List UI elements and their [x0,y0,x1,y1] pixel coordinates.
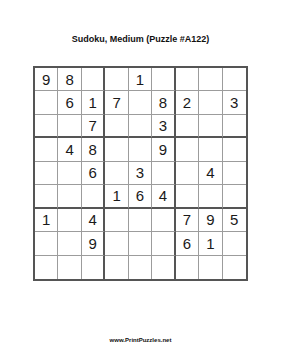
sudoku-cell[interactable] [199,256,222,279]
sudoku-cell[interactable]: 3 [152,115,175,138]
sudoku-cell[interactable] [176,68,199,91]
sudoku-cell[interactable]: 3 [223,91,246,114]
sudoku-cell[interactable] [223,256,246,279]
sudoku-cell[interactable] [105,162,128,185]
sudoku-cell[interactable] [223,115,246,138]
sudoku-cell[interactable]: 9 [82,232,105,255]
sudoku-cell[interactable]: 6 [58,91,81,114]
sudoku-cell[interactable] [58,162,81,185]
sudoku-cell[interactable]: 6 [176,232,199,255]
sudoku-cell[interactable]: 3 [129,162,152,185]
sudoku-cell[interactable] [152,162,175,185]
sudoku-cell[interactable] [35,91,58,114]
sudoku-cell[interactable] [82,256,105,279]
sudoku-cell[interactable] [58,256,81,279]
sudoku-cell[interactable] [58,209,81,232]
sudoku-cell[interactable]: 7 [105,91,128,114]
sudoku-cell[interactable] [35,256,58,279]
sudoku-cell[interactable]: 4 [199,162,222,185]
sudoku-cell[interactable] [129,232,152,255]
sudoku-cell[interactable]: 4 [58,138,81,161]
sudoku-cell[interactable] [35,115,58,138]
sudoku-cell[interactable] [35,185,58,208]
sudoku-cell[interactable] [105,68,128,91]
sudoku-cell[interactable]: 1 [35,209,58,232]
sudoku-cell[interactable]: 7 [82,115,105,138]
sudoku-cell[interactable] [129,256,152,279]
sudoku-cell[interactable] [176,162,199,185]
sudoku-cell[interactable]: 1 [129,68,152,91]
sudoku-cell[interactable]: 7 [176,209,199,232]
sudoku-cell[interactable] [129,209,152,232]
sudoku-cell[interactable] [152,256,175,279]
sudoku-cell[interactable]: 9 [35,68,58,91]
printable-sudoku-page: Sudoku, Medium (Puzzle #A122) 9816178237… [0,0,281,363]
sudoku-cell[interactable]: 9 [152,138,175,161]
sudoku-cell[interactable] [129,138,152,161]
sudoku-cell[interactable] [152,209,175,232]
sudoku-cell[interactable] [223,138,246,161]
sudoku-cell[interactable]: 1 [82,91,105,114]
sudoku-cell[interactable] [223,68,246,91]
sudoku-cell[interactable] [152,232,175,255]
puzzle-title: Sudoku, Medium (Puzzle #A122) [0,34,281,44]
sudoku-cell[interactable]: 8 [82,138,105,161]
sudoku-cell[interactable] [58,232,81,255]
sudoku-cell[interactable] [105,232,128,255]
sudoku-cell[interactable] [105,138,128,161]
sudoku-cell[interactable]: 8 [58,68,81,91]
sudoku-cell[interactable] [82,68,105,91]
sudoku-cell[interactable] [152,68,175,91]
sudoku-cell[interactable] [199,185,222,208]
sudoku-cell[interactable] [176,256,199,279]
sudoku-cell[interactable] [223,162,246,185]
sudoku-cell[interactable] [199,68,222,91]
sudoku-cell[interactable] [129,115,152,138]
sudoku-cell[interactable]: 9 [199,209,222,232]
sudoku-cell[interactable]: 6 [82,162,105,185]
sudoku-cell[interactable] [105,209,128,232]
sudoku-cell[interactable] [105,256,128,279]
sudoku-cell[interactable] [58,185,81,208]
sudoku-cell[interactable]: 6 [129,185,152,208]
sudoku-cell[interactable]: 4 [82,209,105,232]
sudoku-cell[interactable] [199,91,222,114]
sudoku-cell[interactable] [129,91,152,114]
sudoku-cell[interactable]: 4 [152,185,175,208]
sudoku-cell[interactable] [176,185,199,208]
sudoku-cell[interactable] [223,232,246,255]
sudoku-cell[interactable]: 1 [105,185,128,208]
sudoku-cell[interactable]: 2 [176,91,199,114]
sudoku-cell[interactable] [35,232,58,255]
site-credit: www.PrintPuzzles.net [0,337,281,343]
sudoku-cell[interactable] [176,138,199,161]
sudoku-cell[interactable]: 1 [199,232,222,255]
sudoku-board: 9816178237348963416414795961 [33,66,248,281]
sudoku-cell[interactable]: 8 [152,91,175,114]
sudoku-cell[interactable] [35,138,58,161]
sudoku-cell[interactable] [199,115,222,138]
sudoku-cell[interactable] [58,115,81,138]
sudoku-cell[interactable]: 5 [223,209,246,232]
sudoku-cell[interactable] [223,185,246,208]
sudoku-cell[interactable] [105,115,128,138]
sudoku-cell[interactable] [199,138,222,161]
sudoku-cell[interactable] [82,185,105,208]
sudoku-cell[interactable] [176,115,199,138]
sudoku-cell[interactable] [35,162,58,185]
